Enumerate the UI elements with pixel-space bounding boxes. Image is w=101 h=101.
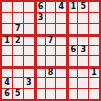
cell-given-r4c1: 1 [2, 35, 12, 45]
cell-empty-r6c1[interactable] [2, 56, 12, 66]
cell-empty-r6c2[interactable] [13, 56, 23, 66]
cell-given-r7c5: 8 [46, 67, 56, 77]
cell-empty-r1c1[interactable] [2, 2, 12, 12]
cell-empty-r8c5[interactable] [46, 78, 56, 88]
cell-given-r3c2: 7 [13, 24, 23, 34]
cell-empty-r2c2[interactable] [13, 13, 23, 23]
cell-empty-r3c5[interactable] [46, 24, 56, 34]
cell-empty-r2c9[interactable] [89, 13, 99, 23]
cell-empty-r6c8[interactable] [78, 56, 88, 66]
cell-empty-r4c4[interactable] [35, 35, 45, 45]
cell-empty-r6c4[interactable] [35, 56, 45, 66]
cell-empty-r4c8[interactable] [78, 35, 88, 45]
cell-empty-r6c3[interactable] [24, 56, 34, 66]
cell-empty-r1c9[interactable] [89, 2, 99, 12]
cell-empty-r9c5[interactable] [46, 89, 56, 99]
cell-empty-r4c7[interactable] [67, 35, 77, 45]
cell-given-r1c8: 5 [78, 2, 88, 12]
cell-empty-r9c4[interactable] [35, 89, 45, 99]
cell-empty-r5c2[interactable] [13, 46, 23, 56]
cell-empty-r9c9[interactable] [89, 89, 99, 99]
cell-empty-r7c6[interactable] [56, 67, 66, 77]
cell-given-r4c5: 7 [46, 35, 56, 45]
cell-empty-r8c2[interactable] [13, 78, 23, 88]
cell-empty-r3c6[interactable] [56, 24, 66, 34]
cell-empty-r2c6[interactable] [56, 13, 66, 23]
cell-empty-r1c2[interactable] [13, 2, 23, 12]
cell-given-r8c1: 4 [2, 78, 12, 88]
cell-empty-r2c7[interactable] [67, 13, 77, 23]
cell-empty-r2c8[interactable] [78, 13, 88, 23]
cell-given-r5c7: 6 [67, 46, 77, 56]
cell-given-r5c8: 3 [78, 46, 88, 56]
cell-empty-r5c6[interactable] [56, 46, 66, 56]
cell-empty-r7c1[interactable] [2, 67, 12, 77]
cell-empty-r2c1[interactable] [2, 13, 12, 23]
cell-empty-r6c6[interactable] [56, 56, 66, 66]
sudoku-board: 64153712763814365 [0, 0, 101, 101]
cell-empty-r7c7[interactable] [67, 67, 77, 77]
cell-empty-r9c6[interactable] [56, 89, 66, 99]
cell-empty-r4c6[interactable] [56, 35, 66, 45]
cell-empty-r8c9[interactable] [89, 78, 99, 88]
cell-empty-r2c5[interactable] [46, 13, 56, 23]
cell-given-r4c2: 2 [13, 35, 23, 45]
cell-empty-r2c3[interactable] [24, 13, 34, 23]
cell-given-r1c4: 6 [35, 2, 45, 12]
cell-empty-r9c3[interactable] [24, 89, 34, 99]
cell-empty-r7c4[interactable] [35, 67, 45, 77]
cell-empty-r7c2[interactable] [13, 67, 23, 77]
cell-empty-r1c3[interactable] [24, 2, 34, 12]
cell-empty-r8c4[interactable] [35, 78, 45, 88]
cell-empty-r9c8[interactable] [78, 89, 88, 99]
cell-given-r9c2: 5 [13, 89, 23, 99]
cell-empty-r3c4[interactable] [35, 24, 45, 34]
cell-empty-r6c5[interactable] [46, 56, 56, 66]
cell-empty-r6c7[interactable] [67, 56, 77, 66]
cell-empty-r8c7[interactable] [67, 78, 77, 88]
cell-empty-r5c9[interactable] [89, 46, 99, 56]
cell-empty-r3c9[interactable] [89, 24, 99, 34]
cell-empty-r3c8[interactable] [78, 24, 88, 34]
cell-given-r1c6: 4 [56, 2, 66, 12]
cell-empty-r5c1[interactable] [2, 46, 12, 56]
cell-empty-r5c4[interactable] [35, 46, 45, 56]
cell-empty-r8c8[interactable] [78, 78, 88, 88]
cell-empty-r7c3[interactable] [24, 67, 34, 77]
cell-empty-r5c5[interactable] [46, 46, 56, 56]
cell-empty-r3c3[interactable] [24, 24, 34, 34]
cell-empty-r6c9[interactable] [89, 56, 99, 66]
cell-empty-r9c7[interactable] [67, 89, 77, 99]
cell-empty-r5c3[interactable] [24, 46, 34, 56]
cell-empty-r3c7[interactable] [67, 24, 77, 34]
cell-empty-r8c6[interactable] [56, 78, 66, 88]
cell-empty-r3c1[interactable] [2, 24, 12, 34]
cell-given-r1c7: 1 [67, 2, 77, 12]
cell-empty-r4c9[interactable] [89, 35, 99, 45]
cell-empty-r1c5[interactable] [46, 2, 56, 12]
cell-given-r8c3: 3 [24, 78, 34, 88]
cell-empty-r4c3[interactable] [24, 35, 34, 45]
cell-given-r7c9: 1 [89, 67, 99, 77]
cell-empty-r7c8[interactable] [78, 67, 88, 77]
cell-given-r2c4: 3 [35, 13, 45, 23]
cell-given-r9c1: 6 [2, 89, 12, 99]
